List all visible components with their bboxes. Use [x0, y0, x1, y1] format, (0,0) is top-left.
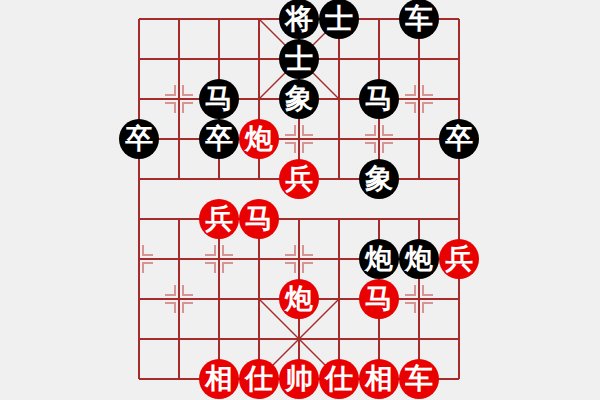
piece-red-general[interactable]: 帅 [279, 359, 319, 399]
piece-red-cannon[interactable]: 炮 [279, 279, 319, 319]
xiangqi-diagram: 将士车士马象马卒卒炮卒兵象兵马炮炮兵炮马相仕帅仕相车 [0, 0, 600, 400]
piece-red-elephant[interactable]: 相 [199, 359, 239, 399]
piece-red-horse[interactable]: 马 [239, 199, 279, 239]
piece-red-soldier[interactable]: 兵 [199, 199, 239, 239]
piece-black-soldier[interactable]: 卒 [199, 119, 239, 159]
piece-red-horse[interactable]: 马 [359, 279, 399, 319]
piece-black-horse[interactable]: 马 [359, 79, 399, 119]
piece-red-elephant[interactable]: 相 [359, 359, 399, 399]
piece-black-soldier[interactable]: 卒 [119, 119, 159, 159]
piece-black-cannon[interactable]: 炮 [399, 239, 439, 279]
piece-black-horse[interactable]: 马 [199, 79, 239, 119]
piece-red-soldier[interactable]: 兵 [279, 159, 319, 199]
piece-red-chariot[interactable]: 车 [399, 359, 439, 399]
piece-black-chariot[interactable]: 车 [399, 0, 439, 39]
piece-black-cannon[interactable]: 炮 [359, 239, 399, 279]
piece-black-soldier[interactable]: 卒 [439, 119, 479, 159]
piece-black-elephant[interactable]: 象 [279, 79, 319, 119]
piece-red-advisor[interactable]: 仕 [239, 359, 279, 399]
piece-red-cannon[interactable]: 炮 [239, 119, 279, 159]
piece-red-soldier[interactable]: 兵 [439, 239, 479, 279]
piece-black-general[interactable]: 将 [279, 0, 319, 39]
piece-red-advisor[interactable]: 仕 [319, 359, 359, 399]
piece-black-advisor[interactable]: 士 [279, 39, 319, 79]
xiangqi-board[interactable]: 将士车士马象马卒卒炮卒兵象兵马炮炮兵炮马相仕帅仕相车 [119, 0, 479, 399]
piece-black-elephant[interactable]: 象 [359, 159, 399, 199]
piece-black-advisor[interactable]: 士 [319, 0, 359, 39]
